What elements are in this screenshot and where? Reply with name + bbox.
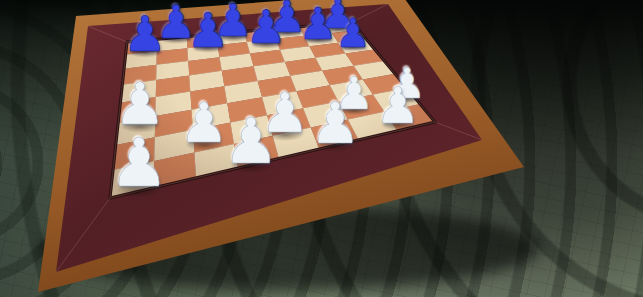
piece-blue-pawn-g7[interactable]: ♟ — [298, 2, 337, 46]
piece-white-pawn-a1[interactable]: ♟ — [109, 130, 169, 197]
piece-blue-pawn-e7[interactable]: ♟ — [245, 4, 286, 50]
piece-blue-pawn-c7[interactable]: ♟ — [186, 6, 229, 54]
game-scene: ♟♟♟♟♟♟♟♟♟♟♟♟♟♟♟♟♟♟ — [0, 0, 643, 297]
piece-white-pawn-d1[interactable]: ♟ — [223, 110, 279, 173]
piece-white-pawn-f1[interactable]: ♟ — [309, 95, 360, 152]
piece-blue-pawn-h6[interactable]: ♟ — [335, 13, 371, 53]
piece-white-pawn-c2[interactable]: ♟ — [179, 96, 228, 151]
piece-blue-pawn-a7[interactable]: ♟ — [123, 10, 167, 59]
piece-white-pawn-h1[interactable]: ♟ — [376, 81, 421, 131]
